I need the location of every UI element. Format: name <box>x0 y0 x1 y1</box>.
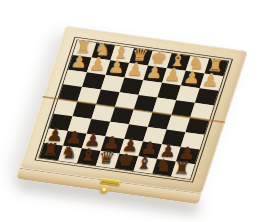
piece-light-pawn[interactable]: ♟ <box>183 68 202 87</box>
product-photo-scene: ♜♞♝♛♚♝♞♜♟♟♟♟♟♟♟♟♟♟♟♟♟♟♟♟♜♞♝♛♚♝♞♜ <box>0 0 258 222</box>
piece-light-pawn[interactable]: ♟ <box>108 57 127 76</box>
clasp-loop <box>99 184 111 194</box>
piece-dark-bishop[interactable]: ♝ <box>135 153 154 172</box>
chess-box: ♜♞♝♛♚♝♞♜♟♟♟♟♟♟♟♟♟♟♟♟♟♟♟♟♜♞♝♛♚♝♞♜ <box>16 26 248 205</box>
piece-light-pawn[interactable]: ♟ <box>126 60 145 79</box>
piece-dark-knight[interactable]: ♞ <box>60 143 79 162</box>
piece-dark-king[interactable]: ♚ <box>117 151 136 170</box>
brass-clasp-icon <box>97 178 122 195</box>
board-pinstripe-frame: ♜♞♝♛♚♝♞♜♟♟♟♟♟♟♟♟♟♟♟♟♟♟♟♟♜♞♝♛♚♝♞♜ <box>34 37 233 183</box>
piece-dark-rook[interactable]: ♜ <box>173 158 192 177</box>
piece-dark-queen[interactable]: ♛ <box>98 148 117 167</box>
piece-dark-knight[interactable]: ♞ <box>154 156 173 175</box>
chess-board[interactable]: ♜♞♝♛♚♝♞♜♟♟♟♟♟♟♟♟♟♟♟♟♟♟♟♟♜♞♝♛♚♝♞♜ <box>38 39 229 179</box>
piece-light-pawn[interactable]: ♟ <box>145 62 164 81</box>
board-square[interactable]: ♜ <box>171 162 195 179</box>
piece-light-pawn[interactable]: ♟ <box>70 52 89 71</box>
piece-dark-bishop[interactable]: ♝ <box>79 145 98 164</box>
box-lid-top: ♜♞♝♛♚♝♞♜♟♟♟♟♟♟♟♟♟♟♟♟♟♟♟♟♜♞♝♛♚♝♞♜ <box>20 26 248 194</box>
piece-dark-rook[interactable]: ♜ <box>41 140 60 159</box>
piece-light-pawn[interactable]: ♟ <box>164 65 183 84</box>
piece-light-pawn[interactable]: ♟ <box>89 55 108 74</box>
piece-light-pawn[interactable]: ♟ <box>202 70 221 89</box>
